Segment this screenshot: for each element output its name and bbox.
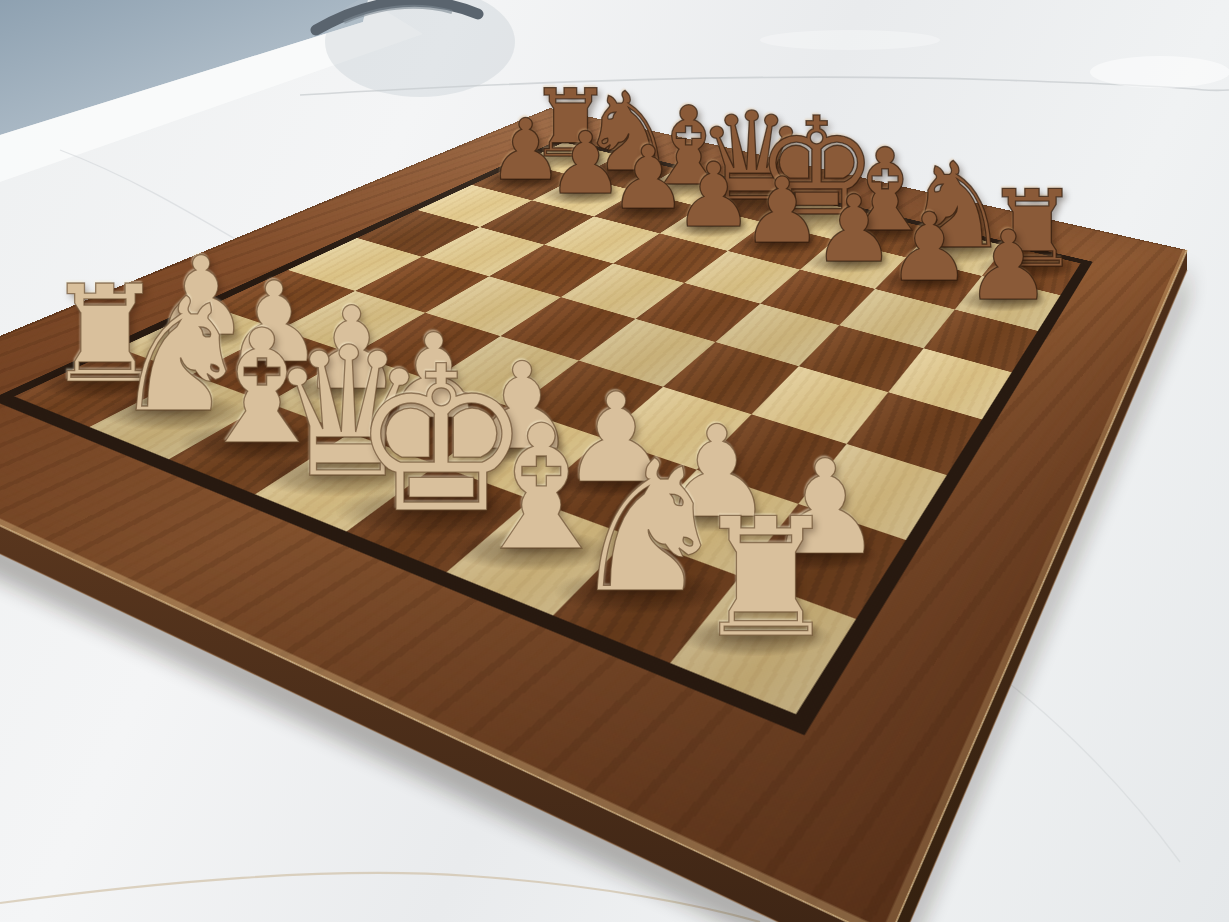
- piece-white-rook-h1[interactable]: ♜: [692, 497, 839, 661]
- chess-photo-scene: ♜♞♝♛♚♝♞♜♟♟♟♟♟♟♟♟♟♟♟♟♟♟♟♟♜♞♝♛♚♝♞♜: [0, 0, 1229, 922]
- piece-black-pawn-f7[interactable]: ♟: [812, 183, 895, 275]
- piece-black-pawn-e7[interactable]: ♟: [741, 166, 822, 257]
- piece-black-pawn-h7[interactable]: ♟: [965, 218, 1051, 314]
- piece-black-pawn-g7[interactable]: ♟: [887, 200, 972, 294]
